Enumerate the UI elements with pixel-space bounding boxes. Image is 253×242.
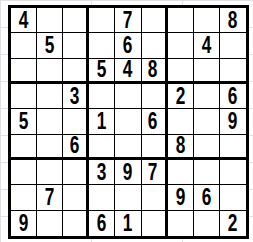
cell-r5c2[interactable] bbox=[37, 109, 63, 134]
given-digit: 7 bbox=[45, 185, 55, 210]
given-digit: 6 bbox=[70, 135, 80, 159]
cell-r1c5[interactable]: 7 bbox=[115, 8, 141, 33]
given-digit: 3 bbox=[70, 84, 80, 109]
cell-r4c1[interactable] bbox=[11, 84, 37, 109]
given-digit: 7 bbox=[123, 8, 133, 33]
cell-r5c9[interactable]: 9 bbox=[220, 109, 246, 134]
cell-r9c8[interactable] bbox=[194, 211, 220, 236]
cell-r1c3[interactable] bbox=[63, 8, 89, 33]
given-digit: 8 bbox=[228, 8, 238, 33]
cell-r3c7[interactable] bbox=[168, 59, 194, 84]
cell-r3c9[interactable] bbox=[220, 59, 246, 84]
cell-r4c2[interactable] bbox=[37, 84, 63, 109]
cell-r5c1[interactable]: 5 bbox=[11, 109, 37, 134]
cell-r2c1[interactable] bbox=[11, 33, 37, 58]
cell-r6c7[interactable]: 8 bbox=[168, 135, 194, 160]
cell-r3c1[interactable] bbox=[11, 59, 37, 84]
cell-r4c5[interactable] bbox=[115, 84, 141, 109]
cell-r1c6[interactable] bbox=[142, 8, 168, 33]
cell-r5c5[interactable] bbox=[115, 109, 141, 134]
cell-r9c4[interactable]: 6 bbox=[89, 211, 115, 236]
cell-r8c2[interactable]: 7 bbox=[37, 185, 63, 210]
given-digit: 6 bbox=[228, 84, 238, 109]
cell-r7c8[interactable] bbox=[194, 160, 220, 185]
cell-r3c8[interactable] bbox=[194, 59, 220, 84]
given-digit: 6 bbox=[97, 211, 107, 236]
cell-r6c5[interactable] bbox=[115, 135, 141, 160]
given-digit: 2 bbox=[228, 211, 238, 236]
given-digit: 4 bbox=[123, 59, 133, 83]
given-digit: 7 bbox=[148, 160, 158, 185]
given-digit: 6 bbox=[123, 33, 133, 58]
cell-r2c7[interactable] bbox=[168, 33, 194, 58]
cell-r7c1[interactable] bbox=[11, 160, 37, 185]
cell-r8c9[interactable] bbox=[220, 185, 246, 210]
cell-r3c2[interactable] bbox=[37, 59, 63, 84]
cell-r4c3[interactable]: 3 bbox=[63, 84, 89, 109]
cell-r7c3[interactable] bbox=[63, 160, 89, 185]
cell-r8c5[interactable] bbox=[115, 185, 141, 210]
cell-r4c9[interactable]: 6 bbox=[220, 84, 246, 109]
cell-r6c6[interactable] bbox=[142, 135, 168, 160]
cell-r9c1[interactable]: 9 bbox=[11, 211, 37, 236]
cell-r8c3[interactable] bbox=[63, 185, 89, 210]
given-digit: 5 bbox=[19, 109, 29, 134]
cell-r1c2[interactable] bbox=[37, 8, 63, 33]
sudoku-board: 4785645483265169683977969612 bbox=[8, 5, 249, 239]
cell-r7c2[interactable] bbox=[37, 160, 63, 185]
cell-r6c8[interactable] bbox=[194, 135, 220, 160]
cell-r2c4[interactable] bbox=[89, 33, 115, 58]
cell-r1c1[interactable]: 4 bbox=[11, 8, 37, 33]
cell-r5c8[interactable] bbox=[194, 109, 220, 134]
cell-r2c2[interactable]: 5 bbox=[37, 33, 63, 58]
cell-r9c2[interactable] bbox=[37, 211, 63, 236]
cell-r7c4[interactable]: 3 bbox=[89, 160, 115, 185]
cell-r8c7[interactable]: 9 bbox=[168, 185, 194, 210]
cell-r2c8[interactable]: 4 bbox=[194, 33, 220, 58]
cell-r5c6[interactable]: 6 bbox=[142, 109, 168, 134]
cell-r3c4[interactable]: 5 bbox=[89, 59, 115, 84]
given-digit: 9 bbox=[19, 211, 29, 236]
cell-r9c9[interactable]: 2 bbox=[220, 211, 246, 236]
given-digit: 6 bbox=[202, 185, 212, 210]
cell-r5c3[interactable] bbox=[63, 109, 89, 134]
cell-r4c6[interactable] bbox=[142, 84, 168, 109]
given-digit: 6 bbox=[148, 109, 158, 134]
cell-r6c9[interactable] bbox=[220, 135, 246, 160]
cell-r1c7[interactable] bbox=[168, 8, 194, 33]
cell-r8c4[interactable] bbox=[89, 185, 115, 210]
cell-r7c9[interactable] bbox=[220, 160, 246, 185]
given-digit: 4 bbox=[202, 33, 212, 58]
cell-r6c2[interactable] bbox=[37, 135, 63, 160]
cell-r6c3[interactable]: 6 bbox=[63, 135, 89, 160]
cell-r5c4[interactable]: 1 bbox=[89, 109, 115, 134]
cell-r3c6[interactable]: 8 bbox=[142, 59, 168, 84]
cell-r1c9[interactable]: 8 bbox=[220, 8, 246, 33]
given-digit: 3 bbox=[97, 160, 107, 185]
cell-r4c7[interactable]: 2 bbox=[168, 84, 194, 109]
cell-r2c6[interactable] bbox=[142, 33, 168, 58]
given-digit: 9 bbox=[175, 185, 185, 210]
cell-r5c7[interactable] bbox=[168, 109, 194, 134]
given-digit: 9 bbox=[123, 160, 133, 185]
cell-r4c8[interactable] bbox=[194, 84, 220, 109]
cell-r2c9[interactable] bbox=[220, 33, 246, 58]
given-digit: 5 bbox=[45, 33, 55, 58]
cell-r8c8[interactable]: 6 bbox=[194, 185, 220, 210]
cell-r7c6[interactable]: 7 bbox=[142, 160, 168, 185]
cell-r2c5[interactable]: 6 bbox=[115, 33, 141, 58]
cell-r1c4[interactable] bbox=[89, 8, 115, 33]
cell-r7c7[interactable] bbox=[168, 160, 194, 185]
given-digit: 2 bbox=[175, 84, 185, 109]
cell-r9c6[interactable] bbox=[142, 211, 168, 236]
cell-r8c1[interactable] bbox=[11, 185, 37, 210]
given-digit: 1 bbox=[97, 109, 107, 134]
given-digit: 5 bbox=[97, 59, 107, 83]
cell-r6c4[interactable] bbox=[89, 135, 115, 160]
cell-r9c7[interactable] bbox=[168, 211, 194, 236]
cell-r2c3[interactable] bbox=[63, 33, 89, 58]
cell-r7c5[interactable]: 9 bbox=[115, 160, 141, 185]
cell-r3c3[interactable] bbox=[63, 59, 89, 84]
cell-r3c5[interactable]: 4 bbox=[115, 59, 141, 84]
cell-r9c3[interactable] bbox=[63, 211, 89, 236]
cell-r1c8[interactable] bbox=[194, 8, 220, 33]
given-digit: 8 bbox=[175, 135, 185, 159]
given-digit: 4 bbox=[19, 8, 29, 33]
cell-r9c5[interactable]: 1 bbox=[115, 211, 141, 236]
given-digit: 9 bbox=[228, 109, 238, 134]
given-digit: 1 bbox=[123, 211, 133, 236]
cell-r8c6[interactable] bbox=[142, 185, 168, 210]
given-digit: 8 bbox=[148, 59, 158, 83]
cell-r6c1[interactable] bbox=[11, 135, 37, 160]
cell-r4c4[interactable] bbox=[89, 84, 115, 109]
